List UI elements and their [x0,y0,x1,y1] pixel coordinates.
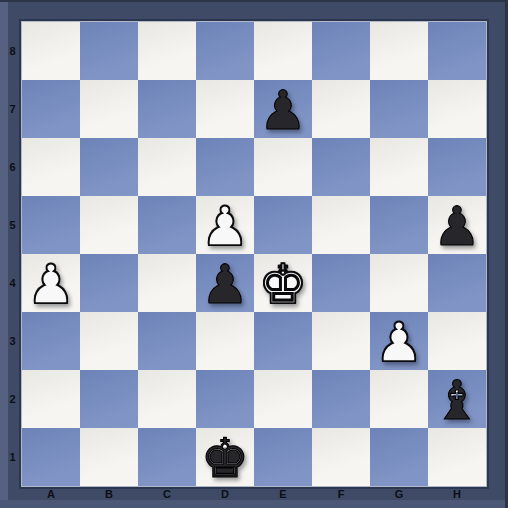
piece-glyph: ♚ [259,258,307,312]
rank-label-8: 8 [0,22,22,80]
square-d2[interactable] [196,370,254,428]
square-d7[interactable] [196,80,254,138]
file-label-g: G [370,487,428,502]
square-c6[interactable] [138,138,196,196]
square-e2[interactable] [254,370,312,428]
rank-label-2: 2 [0,370,22,428]
square-a3[interactable] [22,312,80,370]
square-e3[interactable] [254,312,312,370]
square-h2[interactable]: ♝♝ [428,370,486,428]
rank-label-3: 3 [0,312,22,370]
square-g3[interactable]: ♟♟ [370,312,428,370]
rank-label-6: 6 [0,138,22,196]
square-c4[interactable] [138,254,196,312]
piece-glyph: ♟ [433,200,481,254]
rank-label-1: 1 [0,428,22,486]
square-a2[interactable] [22,370,80,428]
square-h5[interactable]: ♟♟ [428,196,486,254]
square-b1[interactable] [80,428,138,486]
piece-glyph: ♟ [201,258,249,312]
square-d5[interactable]: ♟♟ [196,196,254,254]
square-a1[interactable] [22,428,80,486]
white-pawn[interactable]: ♟♟ [196,196,254,254]
file-label-a: A [22,487,80,502]
rank-label-5: 5 [0,196,22,254]
square-a4[interactable]: ♟♟ [22,254,80,312]
file-label-f: F [312,487,370,502]
piece-glyph: ♟ [259,84,307,138]
square-c8[interactable] [138,22,196,80]
file-label-c: C [138,487,196,502]
square-f5[interactable] [312,196,370,254]
square-e8[interactable] [254,22,312,80]
black-king[interactable]: ♚♚ [196,428,254,486]
square-f6[interactable] [312,138,370,196]
square-b6[interactable] [80,138,138,196]
rank-label-4: 4 [0,254,22,312]
square-h6[interactable] [428,138,486,196]
square-f1[interactable] [312,428,370,486]
square-b4[interactable] [80,254,138,312]
square-g1[interactable] [370,428,428,486]
square-f2[interactable] [312,370,370,428]
square-a6[interactable] [22,138,80,196]
white-pawn[interactable]: ♟♟ [370,312,428,370]
square-d8[interactable] [196,22,254,80]
file-labels: ABCDEFGH [22,487,486,502]
square-c7[interactable] [138,80,196,138]
square-d3[interactable] [196,312,254,370]
square-b3[interactable] [80,312,138,370]
square-e1[interactable] [254,428,312,486]
black-pawn[interactable]: ♟♟ [428,196,486,254]
square-c2[interactable] [138,370,196,428]
square-d1[interactable]: ♚♚ [196,428,254,486]
square-g2[interactable] [370,370,428,428]
piece-glyph: ♟ [27,258,75,312]
chess-board: ♟♟♟♟♟♟♟♟♟♟♚♚♟♟♝♝♚♚ [22,22,486,486]
chess-board-frame: ♟♟♟♟♟♟♟♟♟♟♚♚♟♟♝♝♚♚ 87654321 ABCDEFGH [0,0,508,508]
square-f7[interactable] [312,80,370,138]
square-a5[interactable] [22,196,80,254]
square-h7[interactable] [428,80,486,138]
square-h4[interactable] [428,254,486,312]
file-label-d: D [196,487,254,502]
square-a7[interactable] [22,80,80,138]
white-king[interactable]: ♚♚ [254,254,312,312]
square-g7[interactable] [370,80,428,138]
rank-labels: 87654321 [0,22,22,486]
square-f3[interactable] [312,312,370,370]
frame-top-edge [0,0,508,2]
square-g8[interactable] [370,22,428,80]
white-pawn[interactable]: ♟♟ [22,254,80,312]
square-c3[interactable] [138,312,196,370]
square-d6[interactable] [196,138,254,196]
piece-glyph: ♝ [433,374,481,428]
square-a8[interactable] [22,22,80,80]
square-e7[interactable]: ♟♟ [254,80,312,138]
square-b5[interactable] [80,196,138,254]
square-c5[interactable] [138,196,196,254]
square-d4[interactable]: ♟♟ [196,254,254,312]
square-b7[interactable] [80,80,138,138]
square-e6[interactable] [254,138,312,196]
square-g5[interactable] [370,196,428,254]
file-label-b: B [80,487,138,502]
square-f4[interactable] [312,254,370,312]
square-e5[interactable] [254,196,312,254]
black-bishop[interactable]: ♝♝ [428,370,486,428]
file-label-e: E [254,487,312,502]
piece-glyph: ♟ [201,200,249,254]
square-c1[interactable] [138,428,196,486]
square-h3[interactable] [428,312,486,370]
square-h1[interactable] [428,428,486,486]
piece-glyph: ♟ [375,316,423,370]
square-g6[interactable] [370,138,428,196]
black-pawn[interactable]: ♟♟ [254,80,312,138]
square-b8[interactable] [80,22,138,80]
square-b2[interactable] [80,370,138,428]
square-g4[interactable] [370,254,428,312]
file-label-h: H [428,487,486,502]
black-pawn[interactable]: ♟♟ [196,254,254,312]
rank-label-7: 7 [0,80,22,138]
piece-glyph: ♚ [201,432,249,486]
square-e4[interactable]: ♚♚ [254,254,312,312]
square-f8[interactable] [312,22,370,80]
square-h8[interactable] [428,22,486,80]
